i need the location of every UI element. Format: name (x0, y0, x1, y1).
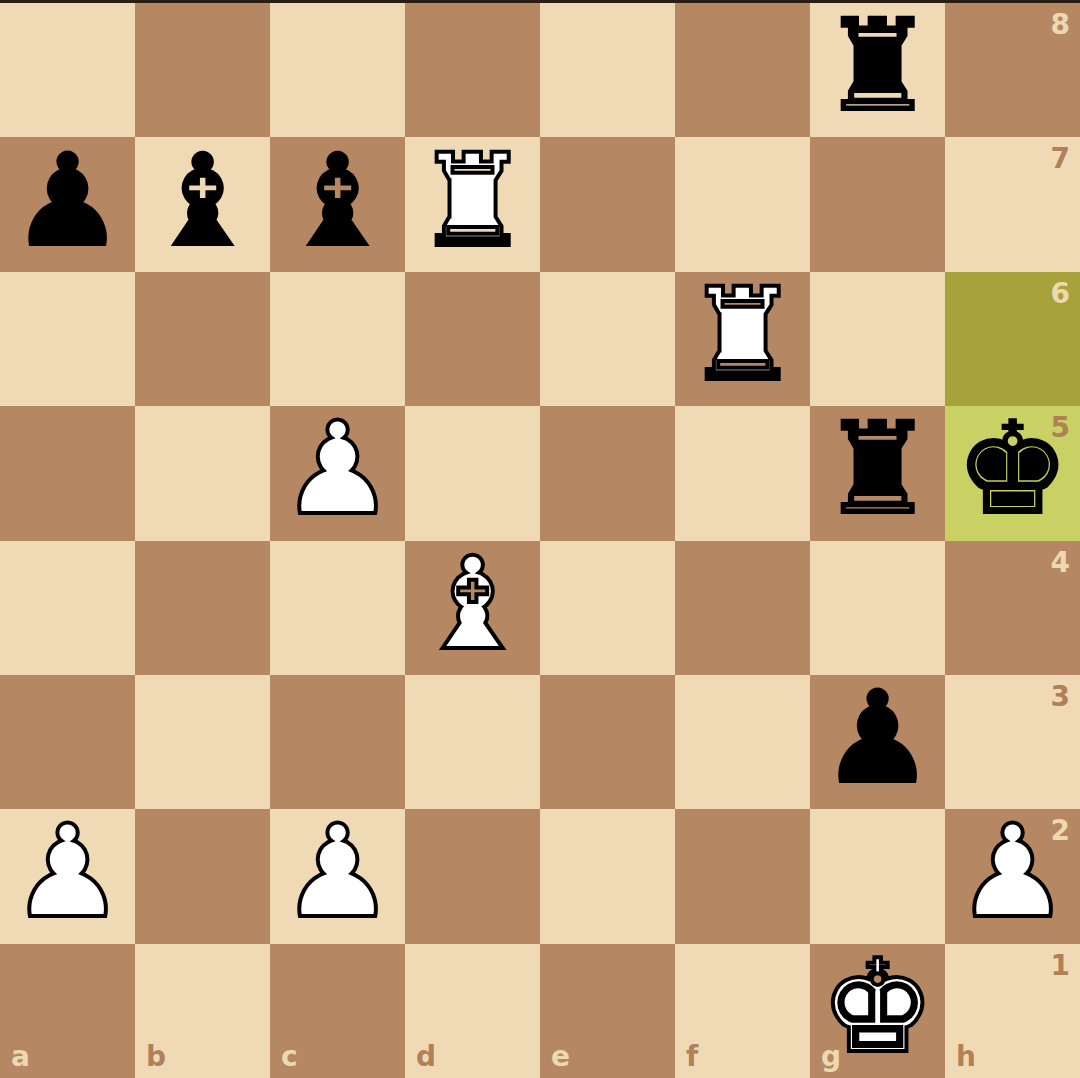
square-c2[interactable]: ♟ (270, 809, 405, 943)
square-e7[interactable] (540, 137, 675, 271)
square-d4[interactable]: ♝ (405, 541, 540, 675)
rank-label-3: 3 (1051, 683, 1070, 711)
white-king[interactable]: ♚ (820, 944, 935, 1071)
square-g6[interactable] (810, 272, 945, 406)
square-f1[interactable]: f (675, 944, 810, 1078)
square-b2[interactable] (135, 809, 270, 943)
square-f8[interactable] (675, 3, 810, 137)
square-b6[interactable] (135, 272, 270, 406)
square-e5[interactable] (540, 406, 675, 540)
black-pawn[interactable]: ♟ (820, 675, 935, 802)
square-e1[interactable]: e (540, 944, 675, 1078)
black-bishop[interactable]: ♝ (280, 137, 395, 264)
file-label-a: a (11, 1043, 30, 1071)
square-c8[interactable] (270, 3, 405, 137)
square-f3[interactable] (675, 675, 810, 809)
square-g2[interactable] (810, 809, 945, 943)
square-h8[interactable]: 8 (945, 3, 1080, 137)
black-bishop[interactable]: ♝ (145, 137, 260, 264)
square-a6[interactable] (0, 272, 135, 406)
white-rook[interactable]: ♜ (415, 137, 530, 264)
square-h1[interactable]: 1h (945, 944, 1080, 1078)
black-rook[interactable]: ♜ (820, 3, 935, 130)
square-a8[interactable] (0, 3, 135, 137)
white-pawn[interactable]: ♟ (955, 809, 1070, 936)
black-king[interactable]: ♚ (955, 406, 1070, 533)
square-g5[interactable]: ♜ (810, 406, 945, 540)
rank-label-6: 6 (1051, 280, 1070, 308)
square-e8[interactable] (540, 3, 675, 137)
black-pawn[interactable]: ♟ (10, 137, 125, 264)
square-c4[interactable] (270, 541, 405, 675)
white-rook[interactable]: ♜ (685, 272, 800, 399)
square-g8[interactable]: ♜ (810, 3, 945, 137)
square-f4[interactable] (675, 541, 810, 675)
square-d8[interactable] (405, 3, 540, 137)
square-b4[interactable] (135, 541, 270, 675)
file-label-e: e (551, 1043, 570, 1071)
square-b8[interactable] (135, 3, 270, 137)
white-pawn[interactable]: ♟ (280, 809, 395, 936)
square-b3[interactable] (135, 675, 270, 809)
file-label-d: d (416, 1043, 436, 1071)
square-h3[interactable]: 3 (945, 675, 1080, 809)
square-g4[interactable] (810, 541, 945, 675)
square-d5[interactable] (405, 406, 540, 540)
square-g1[interactable]: g♚ (810, 944, 945, 1078)
white-pawn[interactable]: ♟ (10, 809, 125, 936)
white-pawn[interactable]: ♟ (280, 406, 395, 533)
file-label-h: h (956, 1043, 976, 1071)
square-f7[interactable] (675, 137, 810, 271)
square-d1[interactable]: d (405, 944, 540, 1078)
square-h5[interactable]: 5♚ (945, 406, 1080, 540)
square-a7[interactable]: ♟ (0, 137, 135, 271)
file-label-b: b (146, 1043, 166, 1071)
chess-board: ♜8♟♝♝♜7♜6♟♜5♚♝4♟3♟♟2♟abcdefg♚1h (0, 3, 1080, 1078)
file-label-f: f (686, 1043, 698, 1071)
square-b5[interactable] (135, 406, 270, 540)
rank-label-8: 8 (1051, 11, 1070, 39)
square-a5[interactable] (0, 406, 135, 540)
square-h2[interactable]: 2♟ (945, 809, 1080, 943)
square-d7[interactable]: ♜ (405, 137, 540, 271)
square-b7[interactable]: ♝ (135, 137, 270, 271)
square-c1[interactable]: c (270, 944, 405, 1078)
white-bishop[interactable]: ♝ (415, 541, 530, 668)
square-f5[interactable] (675, 406, 810, 540)
square-a3[interactable] (0, 675, 135, 809)
square-a1[interactable]: a (0, 944, 135, 1078)
square-h7[interactable]: 7 (945, 137, 1080, 271)
square-h6[interactable]: 6 (945, 272, 1080, 406)
square-e3[interactable] (540, 675, 675, 809)
square-e6[interactable] (540, 272, 675, 406)
rank-label-7: 7 (1051, 145, 1070, 173)
square-d6[interactable] (405, 272, 540, 406)
square-d2[interactable] (405, 809, 540, 943)
square-g3[interactable]: ♟ (810, 675, 945, 809)
square-g7[interactable] (810, 137, 945, 271)
square-c7[interactable]: ♝ (270, 137, 405, 271)
rank-label-1: 1 (1051, 952, 1070, 980)
square-c3[interactable] (270, 675, 405, 809)
square-c6[interactable] (270, 272, 405, 406)
square-c5[interactable]: ♟ (270, 406, 405, 540)
square-h4[interactable]: 4 (945, 541, 1080, 675)
square-f2[interactable] (675, 809, 810, 943)
file-label-c: c (281, 1043, 298, 1071)
rank-label-4: 4 (1051, 549, 1070, 577)
square-e2[interactable] (540, 809, 675, 943)
square-f6[interactable]: ♜ (675, 272, 810, 406)
square-e4[interactable] (540, 541, 675, 675)
square-d3[interactable] (405, 675, 540, 809)
black-rook[interactable]: ♜ (820, 406, 935, 533)
square-b1[interactable]: b (135, 944, 270, 1078)
square-a2[interactable]: ♟ (0, 809, 135, 943)
square-a4[interactable] (0, 541, 135, 675)
